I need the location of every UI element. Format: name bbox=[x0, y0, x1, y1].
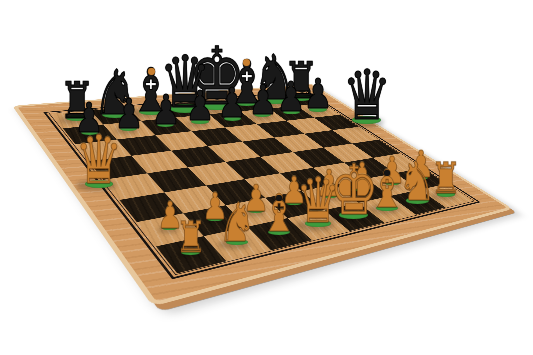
piece-white-queen-extra-left-border[interactable]: ♛ bbox=[75, 126, 123, 193]
bishop-finial bbox=[276, 195, 282, 201]
piece-black-pawn-e7[interactable]: ♟ bbox=[218, 83, 248, 124]
piece-white-knight-b1[interactable]: ♞ bbox=[218, 196, 256, 250]
piece-black-pawn-d7[interactable]: ♟ bbox=[185, 87, 215, 128]
bishop-finial bbox=[384, 170, 390, 176]
pieces-layer: ♜♞♝♛♚♝♞♜♟♟♟♟♟♟♟♟♟♟♟♟♟♟♟♟♜♞♝♛♚♝♞♜♛♛ bbox=[0, 0, 533, 355]
piece-black-queen-extra-right-border[interactable]: ♛ bbox=[342, 61, 391, 130]
piece-black-pawn-f7[interactable]: ♟ bbox=[248, 80, 278, 121]
piece-black-pawn-h7[interactable]: ♟ bbox=[303, 74, 333, 115]
piece-black-pawn-g7[interactable]: ♟ bbox=[276, 77, 306, 118]
bishop-finial bbox=[148, 68, 155, 75]
photo-stage: ♜♞♝♛♚♝♞♜♟♟♟♟♟♟♟♟♟♟♟♟♟♟♟♟♜♞♝♛♚♝♞♜♛♛ bbox=[0, 0, 533, 355]
piece-white-queen-d1[interactable]: ♛ bbox=[296, 170, 341, 232]
piece-black-pawn-c7[interactable]: ♟ bbox=[151, 90, 181, 131]
piece-white-rook-a1[interactable]: ♜ bbox=[175, 216, 206, 259]
